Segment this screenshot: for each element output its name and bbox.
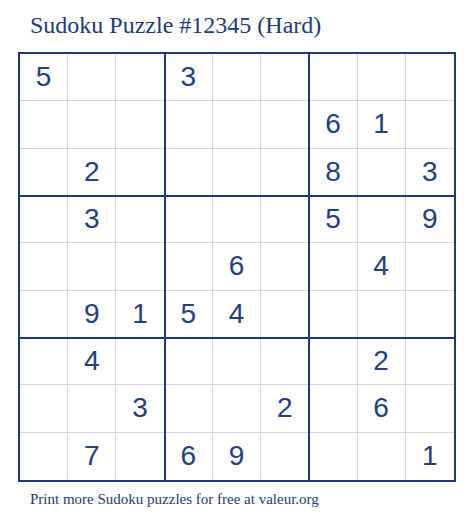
sudoku-cell-r5c4: [165, 243, 213, 290]
sudoku-cell-r2c4: [165, 101, 213, 148]
sudoku-board: 5361283359649154423267691: [18, 52, 456, 482]
sudoku-cell-r5c1: [20, 243, 68, 290]
sudoku-cell-r4c8: [358, 196, 406, 243]
sudoku-cell-r1c1: 5: [20, 54, 68, 101]
sudoku-cell-r3c7: 8: [309, 149, 357, 196]
page-title: Sudoku Puzzle #12345 (Hard): [30, 12, 321, 39]
sudoku-cell-r5c8: 4: [358, 243, 406, 290]
sudoku-cell-r3c4: [165, 149, 213, 196]
sudoku-cell-r6c7: [309, 291, 357, 338]
sudoku-cell-r8c7: [309, 385, 357, 432]
sudoku-cell-r4c9: 9: [406, 196, 454, 243]
sudoku-cell-r9c9: 1: [406, 433, 454, 480]
box-border-horizontal-1: [20, 195, 454, 197]
sudoku-cell-r8c3: 3: [116, 385, 164, 432]
sudoku-cell-r4c6: [261, 196, 309, 243]
sudoku-cell-r4c2: 3: [68, 196, 116, 243]
sudoku-cell-r5c5: 6: [213, 243, 261, 290]
footer-text: Print more Sudoku puzzles for free at va…: [30, 491, 319, 508]
sudoku-cell-r3c9: 3: [406, 149, 454, 196]
box-border-vertical-1: [164, 54, 166, 480]
sudoku-cell-r7c5: [213, 338, 261, 385]
sudoku-cell-r5c9: [406, 243, 454, 290]
sudoku-cell-r1c4: 3: [165, 54, 213, 101]
sudoku-cell-r7c6: [261, 338, 309, 385]
sudoku-cell-r4c3: [116, 196, 164, 243]
sudoku-cell-r6c1: [20, 291, 68, 338]
sudoku-cell-r2c5: [213, 101, 261, 148]
sudoku-cell-r3c6: [261, 149, 309, 196]
sudoku-cell-r4c7: 5: [309, 196, 357, 243]
sudoku-cell-r6c4: 5: [165, 291, 213, 338]
sudoku-cell-r8c8: 6: [358, 385, 406, 432]
sudoku-cell-r3c2: 2: [68, 149, 116, 196]
sudoku-cell-r7c9: [406, 338, 454, 385]
sudoku-cell-r1c7: [309, 54, 357, 101]
sudoku-page: Sudoku Puzzle #12345 (Hard) 536128335964…: [0, 0, 474, 523]
sudoku-cell-r5c6: [261, 243, 309, 290]
sudoku-cell-r6c2: 9: [68, 291, 116, 338]
sudoku-cell-r1c9: [406, 54, 454, 101]
sudoku-cell-r7c3: [116, 338, 164, 385]
sudoku-cell-r7c7: [309, 338, 357, 385]
sudoku-cell-r8c6: 2: [261, 385, 309, 432]
sudoku-cell-r9c6: [261, 433, 309, 480]
sudoku-cell-r5c2: [68, 243, 116, 290]
sudoku-cell-r5c3: [116, 243, 164, 290]
sudoku-cell-r1c8: [358, 54, 406, 101]
sudoku-cell-r4c4: [165, 196, 213, 243]
sudoku-cell-r2c1: [20, 101, 68, 148]
sudoku-cell-r9c7: [309, 433, 357, 480]
sudoku-cell-r9c3: [116, 433, 164, 480]
box-border-horizontal-2: [20, 337, 454, 339]
sudoku-cell-r1c6: [261, 54, 309, 101]
sudoku-cell-r9c4: 6: [165, 433, 213, 480]
sudoku-cell-r9c5: 9: [213, 433, 261, 480]
sudoku-cell-r8c5: [213, 385, 261, 432]
sudoku-cell-r2c3: [116, 101, 164, 148]
sudoku-cell-r8c2: [68, 385, 116, 432]
sudoku-cell-r3c3: [116, 149, 164, 196]
sudoku-cell-r2c8: 1: [358, 101, 406, 148]
sudoku-cell-r3c8: [358, 149, 406, 196]
sudoku-cell-r6c9: [406, 291, 454, 338]
sudoku-cell-r7c2: 4: [68, 338, 116, 385]
sudoku-cell-r2c7: 6: [309, 101, 357, 148]
sudoku-cell-r8c4: [165, 385, 213, 432]
sudoku-cell-r4c5: [213, 196, 261, 243]
sudoku-cell-r9c2: 7: [68, 433, 116, 480]
sudoku-cell-r8c1: [20, 385, 68, 432]
sudoku-cell-r8c9: [406, 385, 454, 432]
sudoku-cell-r2c2: [68, 101, 116, 148]
sudoku-cell-r9c1: [20, 433, 68, 480]
sudoku-cell-r1c5: [213, 54, 261, 101]
sudoku-cell-r7c4: [165, 338, 213, 385]
sudoku-cell-r7c1: [20, 338, 68, 385]
sudoku-cell-r2c6: [261, 101, 309, 148]
sudoku-cell-r6c5: 4: [213, 291, 261, 338]
sudoku-cell-r6c3: 1: [116, 291, 164, 338]
sudoku-cell-r4c1: [20, 196, 68, 243]
sudoku-cell-r5c7: [309, 243, 357, 290]
sudoku-cell-r3c5: [213, 149, 261, 196]
box-border-vertical-2: [308, 54, 310, 480]
sudoku-cells: 5361283359649154423267691: [20, 54, 454, 480]
sudoku-cell-r3c1: [20, 149, 68, 196]
sudoku-cell-r9c8: [358, 433, 406, 480]
sudoku-cell-r1c2: [68, 54, 116, 101]
sudoku-cell-r2c9: [406, 101, 454, 148]
sudoku-cell-r7c8: 2: [358, 338, 406, 385]
sudoku-cell-r6c6: [261, 291, 309, 338]
sudoku-cell-r1c3: [116, 54, 164, 101]
sudoku-cell-r6c8: [358, 291, 406, 338]
